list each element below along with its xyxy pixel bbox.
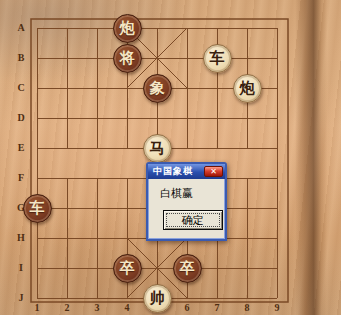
piece-black-chariot[interactable]: 车 [23,194,52,223]
ok-button[interactable]: 确定 [163,210,223,230]
xiangqi-app-screen: ABCDEFGHIJ 123456789 炮将车象炮马车卒卒帅 中国象棋 ✕ 白… [0,0,341,315]
close-button[interactable]: ✕ [204,166,223,177]
dialog-window: 中国象棋 ✕ 白棋赢 确定 [146,162,227,241]
dialog-title: 中国象棋 [153,165,204,178]
dialog-message: 白棋赢 [160,186,225,201]
piece-black-soldier[interactable]: 卒 [113,254,142,283]
piece-white-cannon[interactable]: 炮 [233,74,262,103]
dialog-titlebar[interactable]: 中国象棋 ✕ [148,164,225,179]
piece-white-general[interactable]: 帅 [143,284,172,313]
piece-white-horse[interactable]: 马 [143,134,172,163]
piece-black-cannon[interactable]: 炮 [113,14,142,43]
piece-white-chariot[interactable]: 车 [203,44,232,73]
dialog-body: 白棋赢 确定 [148,179,225,230]
board-edge-shading [295,0,327,315]
piece-black-soldier[interactable]: 卒 [173,254,202,283]
close-icon: ✕ [210,167,217,176]
piece-black-general[interactable]: 将 [113,44,142,73]
piece-black-elephant[interactable]: 象 [143,74,172,103]
